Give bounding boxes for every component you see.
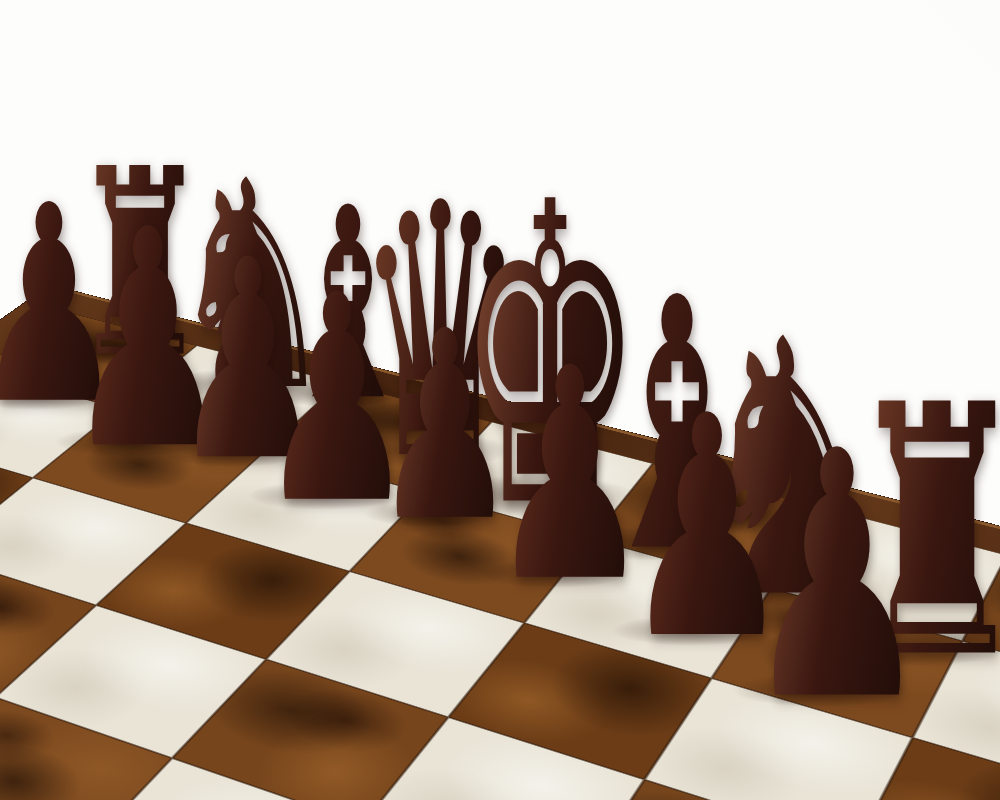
pieces-layer: ♜♞♝♛♚♝♞♜♟♟♟♟♟♟♟♟ [0, 0, 1000, 800]
product-photo: ♜♞♝♛♚♝♞♜♟♟♟♟♟♟♟♟ [0, 0, 1000, 800]
piece-dark-pawn-pawn-8: ♟ [743, 406, 932, 746]
